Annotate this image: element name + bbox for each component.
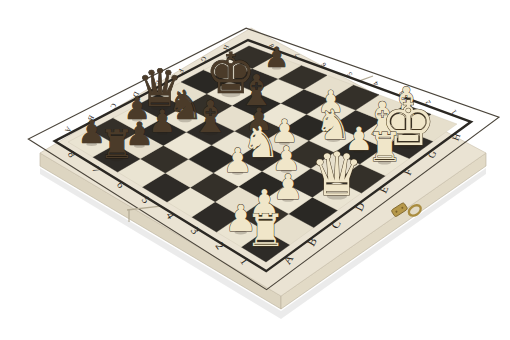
far-rank-label-1: 1 bbox=[449, 108, 459, 116]
chessboard: 1AA12BB23CC34DD45EE56FF67GG78HH8♟♚♝♛♟♝♟♞… bbox=[0, 0, 510, 340]
piece-white-pawn-c4[interactable]: ♟ bbox=[223, 141, 253, 180]
far-rank-label-4: 4 bbox=[372, 79, 381, 87]
far-rank-label-6: 6 bbox=[319, 61, 327, 68]
far-rank-label-5: 5 bbox=[345, 70, 354, 78]
piece-black-rook-a7[interactable]: ♜ bbox=[99, 121, 134, 167]
piece-white-rook-a1[interactable]: ♜ bbox=[245, 204, 285, 257]
chess-set-photo: 1AA12BB23CC34DD45EE56FF67GG78HH8♟♚♝♛♟♝♟♞… bbox=[0, 0, 510, 340]
piece-white-queen-d1[interactable]: ♛ bbox=[310, 139, 364, 209]
piece-white-rook-f1[interactable]: ♜ bbox=[367, 124, 402, 170]
piece-black-bishop-d6[interactable]: ♝ bbox=[191, 91, 231, 142]
fold-seam-right bbox=[360, 76, 374, 81]
